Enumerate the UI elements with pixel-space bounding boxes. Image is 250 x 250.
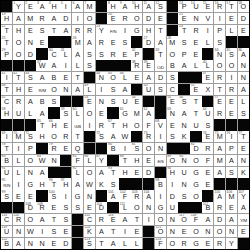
grid-cell[interactable]: A <box>178 60 189 71</box>
grid-cell[interactable]: D <box>143 13 154 24</box>
grid-cell[interactable]: O <box>143 143 154 154</box>
grid-cell[interactable]: A <box>36 167 47 178</box>
grid-cell[interactable]: E <box>167 119 178 130</box>
grid-cell[interactable]: 73R <box>143 131 154 142</box>
grid-cell[interactable]: 48T <box>1 84 12 95</box>
grid-cell[interactable]: 45O <box>107 72 118 83</box>
grid-cell[interactable]: 25T <box>1 36 12 47</box>
grid-cell[interactable]: 105A <box>214 190 225 201</box>
grid-cell[interactable]: 114R <box>13 214 24 225</box>
grid-cell[interactable]: 69I <box>1 131 12 142</box>
grid-cell[interactable]: A <box>36 107 47 118</box>
grid-cell[interactable]: R <box>214 238 225 249</box>
grid-cell[interactable]: R <box>214 72 225 83</box>
grid-cell[interactable]: 59S <box>60 107 71 118</box>
grid-cell[interactable]: S <box>84 48 95 59</box>
grid-cell[interactable]: D <box>238 13 249 24</box>
grid-cell[interactable]: P <box>25 143 36 154</box>
grid-cell[interactable]: E <box>60 119 71 130</box>
grid-cell[interactable]: R <box>72 25 83 36</box>
grid-cell[interactable]: A <box>226 155 237 166</box>
grid-cell[interactable]: N <box>238 60 249 71</box>
grid-cell[interactable]: R <box>96 214 107 225</box>
grid-cell[interactable]: F <box>202 155 213 166</box>
grid-cell[interactable]: 41I <box>1 72 12 83</box>
grid-cell[interactable]: 121O <box>155 226 166 237</box>
grid-cell[interactable]: 3A <box>36 1 47 12</box>
grid-cell[interactable]: O <box>84 107 95 118</box>
grid-cell[interactable]: H <box>119 119 130 130</box>
grid-cell[interactable]: K <box>238 167 249 178</box>
grid-cell[interactable]: N <box>167 214 178 225</box>
grid-cell[interactable]: 18O <box>238 1 249 12</box>
grid-cell[interactable]: 56S <box>178 96 189 107</box>
grid-cell[interactable]: D <box>167 190 178 201</box>
grid-cell[interactable]: E <box>131 72 142 83</box>
grid-cell[interactable]: I <box>202 25 213 36</box>
grid-cell[interactable]: D <box>143 167 154 178</box>
grid-cell[interactable]: 40L <box>202 60 213 71</box>
grid-cell[interactable]: G <box>25 178 36 189</box>
grid-cell[interactable]: W <box>119 131 130 142</box>
grid-cell[interactable]: T <box>48 25 59 36</box>
grid-cell[interactable]: 117O <box>178 214 189 225</box>
grid-cell[interactable]: S <box>202 119 213 130</box>
grid-cell[interactable]: 112B <box>202 202 213 213</box>
grid-cell[interactable]: U <box>178 167 189 178</box>
grid-cell[interactable]: K <box>96 178 107 189</box>
grid-cell[interactable]: 37W <box>36 60 47 71</box>
grid-cell[interactable]: G/B <box>72 119 83 130</box>
grid-cell[interactable]: W <box>84 178 95 189</box>
grid-cell[interactable]: 44N <box>96 72 107 83</box>
grid-cell[interactable]: A <box>238 202 249 213</box>
grid-cell[interactable]: L <box>226 25 237 36</box>
grid-cell[interactable]: A <box>214 167 225 178</box>
grid-cell[interactable]: U <box>167 202 178 213</box>
grid-cell[interactable]: R <box>214 107 225 118</box>
grid-cell[interactable]: E <box>238 143 249 154</box>
grid-cell[interactable]: S <box>178 36 189 47</box>
grid-cell[interactable]: T <box>72 131 83 142</box>
grid-cell[interactable]: S <box>60 214 71 225</box>
grid-cell[interactable]: N <box>143 202 154 213</box>
grid-cell[interactable]: R <box>84 25 95 36</box>
grid-cell[interactable]: 22T <box>1 25 12 36</box>
grid-cell[interactable]: H <box>119 167 130 178</box>
grid-cell[interactable]: A <box>143 72 154 83</box>
grid-cell[interactable]: N <box>238 155 249 166</box>
grid-cell[interactable]: 71S <box>25 131 36 142</box>
grid-cell[interactable]: 124F <box>155 238 166 249</box>
grid-cell[interactable]: N <box>25 36 36 47</box>
grid-cell[interactable]: I <box>36 226 47 237</box>
grid-cell[interactable]: 64U <box>202 107 213 118</box>
grid-cell[interactable]: R <box>190 25 201 36</box>
grid-cell[interactable]: O <box>167 48 178 59</box>
grid-cell[interactable]: S <box>36 25 47 36</box>
grid-cell[interactable]: 2E <box>25 1 36 12</box>
grid-cell[interactable]: I <box>72 13 83 24</box>
grid-cell[interactable]: 12S <box>155 1 166 12</box>
grid-cell[interactable]: N <box>178 178 189 189</box>
grid-cell[interactable]: R <box>13 96 24 107</box>
grid-cell[interactable]: N <box>202 226 213 237</box>
grid-cell[interactable]: 20E <box>107 13 118 24</box>
grid-cell[interactable]: 98B <box>155 178 166 189</box>
grid-cell[interactable]: 27D <box>143 36 154 47</box>
grid-cell[interactable]: E <box>36 36 47 47</box>
grid-cell[interactable]: I <box>226 72 237 83</box>
grid-cell[interactable]: 92L <box>72 167 83 178</box>
grid-cell[interactable]: L <box>25 107 36 118</box>
grid-cell[interactable]: O <box>190 155 201 166</box>
grid-cell[interactable]: A <box>72 178 83 189</box>
grid-cell[interactable]: N <box>167 226 178 237</box>
grid-cell[interactable]: E/S <box>155 155 166 166</box>
grid-cell[interactable]: E <box>96 107 107 118</box>
grid-cell[interactable]: L <box>238 96 249 107</box>
grid-cell[interactable]: N <box>60 84 71 95</box>
grid-cell[interactable]: E <box>155 13 166 24</box>
grid-cell[interactable]: X <box>202 84 213 95</box>
grid-cell[interactable]: 4H <box>48 1 59 12</box>
grid-cell[interactable]: S <box>167 72 178 83</box>
grid-cell[interactable]: I <box>13 143 24 154</box>
grid-cell[interactable]: 26M <box>72 36 83 47</box>
grid-cell[interactable]: R <box>60 131 71 142</box>
grid-cell[interactable]: I <box>167 178 178 189</box>
grid-cell[interactable]: A <box>119 214 130 225</box>
grid-cell[interactable]: O <box>48 84 59 95</box>
grid-cell[interactable]: E <box>202 167 213 178</box>
grid-cell[interactable]: 113C <box>1 214 12 225</box>
grid-cell[interactable]: D <box>25 48 36 59</box>
grid-cell[interactable]: E <box>48 202 59 213</box>
grid-cell[interactable]: 62A <box>143 107 154 118</box>
grid-cell[interactable]: 96T <box>48 178 59 189</box>
grid-cell[interactable]: S <box>48 226 59 237</box>
grid-cell[interactable]: A <box>48 60 59 71</box>
grid-cell[interactable]: 35S <box>226 48 237 59</box>
grid-cell[interactable]: 122B <box>1 238 12 249</box>
grid-cell[interactable]: 107Y <box>238 190 249 201</box>
grid-cell[interactable]: 7M <box>84 1 95 12</box>
grid-cell[interactable]: Y <box>226 238 237 249</box>
grid-cell[interactable]: 60L <box>72 107 83 118</box>
grid-cell[interactable]: F <box>143 119 154 130</box>
grid-cell[interactable]: V <box>202 13 213 24</box>
grid-cell[interactable]: N <box>13 226 24 237</box>
grid-cell[interactable]: 87Y <box>96 155 107 166</box>
grid-cell[interactable]: O/D <box>155 60 166 71</box>
grid-cell[interactable]: 55E <box>167 96 178 107</box>
grid-cell[interactable]: R <box>96 36 107 47</box>
grid-cell[interactable]: N <box>25 167 36 178</box>
grid-cell[interactable]: S <box>178 190 189 201</box>
grid-cell[interactable]: E <box>190 36 201 47</box>
grid-cell[interactable]: O <box>190 226 201 237</box>
grid-cell[interactable]: A <box>202 214 213 225</box>
grid-cell[interactable]: M <box>214 155 225 166</box>
grid-cell[interactable]: 77T <box>238 131 249 142</box>
grid-cell[interactable]: D <box>60 13 71 24</box>
grid-cell[interactable]: 43S <box>25 72 36 83</box>
grid-cell[interactable]: I <box>13 178 24 189</box>
grid-cell[interactable]: M <box>25 13 36 24</box>
grid-cell[interactable]: E <box>84 202 95 213</box>
grid-cell[interactable]: R <box>96 119 107 130</box>
grid-cell[interactable]: E <box>202 238 213 249</box>
grid-cell[interactable]: A <box>107 131 118 142</box>
grid-cell[interactable]: 24T <box>178 25 189 36</box>
grid-cell[interactable]: I <box>119 143 130 154</box>
grid-cell[interactable]: S <box>214 36 225 47</box>
grid-cell[interactable]: R <box>36 13 47 24</box>
grid-cell[interactable]: 88T <box>119 155 130 166</box>
grid-cell[interactable]: A <box>48 13 59 24</box>
grid-cell[interactable]: 16R <box>214 1 225 12</box>
grid-cell[interactable]: A <box>238 84 249 95</box>
grid-cell[interactable]: 34N <box>214 48 225 59</box>
grid-cell[interactable]: S <box>107 96 118 107</box>
grid-cell[interactable]: T <box>72 72 83 83</box>
grid-cell[interactable]: E <box>202 178 213 189</box>
grid-cell[interactable]: 70M <box>13 131 24 142</box>
grid-cell[interactable]: 110D <box>96 202 107 213</box>
grid-cell[interactable]: 116E <box>107 214 118 225</box>
grid-cell[interactable]: 111L <box>119 202 130 213</box>
grid-cell[interactable]: 99S <box>1 190 12 201</box>
grid-cell[interactable]: 93T <box>107 167 118 178</box>
grid-cell[interactable]: 91U <box>1 167 12 178</box>
grid-cell[interactable]: 123S <box>84 238 95 249</box>
grid-cell[interactable]: I <box>214 13 225 24</box>
grid-cell[interactable]: I <box>155 131 166 142</box>
grid-cell[interactable]: L <box>202 36 213 47</box>
grid-cell[interactable]: K <box>178 131 189 142</box>
grid-cell[interactable]: 67T <box>107 119 118 130</box>
grid-cell[interactable]: 52C <box>1 96 12 107</box>
grid-cell[interactable]: 42T <box>13 72 24 83</box>
grid-cell[interactable]: N <box>48 155 59 166</box>
grid-cell[interactable]: 38R <box>131 60 142 71</box>
grid-cell[interactable]: N <box>25 238 36 249</box>
grid-cell[interactable]: 54E <box>131 96 142 107</box>
grid-cell[interactable]: A <box>25 96 36 107</box>
grid-cell[interactable]: O <box>84 167 95 178</box>
grid-cell[interactable]: B <box>48 72 59 83</box>
grid-cell[interactable]: L <box>131 238 142 249</box>
grid-cell[interactable]: 29P <box>1 48 12 59</box>
grid-cell[interactable]: 118F <box>190 214 201 225</box>
grid-cell[interactable]: A <box>13 13 24 24</box>
grid-cell[interactable]: O <box>155 214 166 225</box>
grid-cell[interactable]: R <box>202 143 213 154</box>
grid-cell[interactable]: S <box>48 96 59 107</box>
grid-cell[interactable]: L <box>13 155 24 166</box>
grid-cell[interactable]: 6A <box>72 1 83 12</box>
grid-cell[interactable]: 94H <box>167 167 178 178</box>
grid-cell[interactable]: S <box>96 48 107 59</box>
grid-cell[interactable]: T <box>96 238 107 249</box>
grid-cell[interactable]: R <box>214 202 225 213</box>
grid-cell[interactable]: H <box>143 25 154 36</box>
grid-cell[interactable]: 115C <box>84 214 95 225</box>
grid-cell[interactable]: B <box>36 96 47 107</box>
grid-cell[interactable]: S <box>226 167 237 178</box>
grid-cell[interactable]: A <box>96 226 107 237</box>
grid-cell[interactable]: O <box>48 131 59 142</box>
grid-cell[interactable]: 106M <box>226 190 237 201</box>
grid-cell[interactable]: Q <box>72 143 83 154</box>
grid-cell[interactable]: S <box>60 202 71 213</box>
grid-cell[interactable]: O <box>167 238 178 249</box>
grid-cell[interactable]: 109R <box>36 202 47 213</box>
grid-cell[interactable]: S <box>107 178 118 189</box>
grid-cell[interactable]: E <box>60 226 71 237</box>
grid-cell[interactable]: A <box>72 48 83 59</box>
grid-cell[interactable]: 80B <box>107 143 118 154</box>
grid-cell[interactable]: 36A <box>238 48 249 59</box>
grid-cell[interactable]: 97H <box>60 178 71 189</box>
grid-cell[interactable]: M <box>131 107 142 118</box>
grid-cell[interactable]: 53E <box>84 96 95 107</box>
grid-cell[interactable]: N <box>155 143 166 154</box>
grid-cell[interactable]: S <box>84 60 95 71</box>
grid-cell[interactable]: N <box>190 13 201 24</box>
grid-cell[interactable]: O <box>226 60 237 71</box>
grid-cell[interactable]: E <box>48 238 59 249</box>
grid-cell[interactable]: 5I <box>60 1 71 12</box>
grid-cell[interactable]: E <box>226 96 237 107</box>
grid-cell[interactable]: E <box>13 190 24 201</box>
grid-cell[interactable]: G <box>155 202 166 213</box>
grid-cell[interactable]: E <box>238 226 249 237</box>
grid-cell[interactable]: U <box>119 96 130 107</box>
grid-cell[interactable]: S <box>119 36 130 47</box>
grid-cell[interactable]: A <box>119 84 130 95</box>
grid-cell[interactable]: N <box>226 226 237 237</box>
grid-cell[interactable]: 30C <box>48 48 59 59</box>
grid-cell[interactable]: N <box>84 190 95 201</box>
grid-cell[interactable]: A <box>60 25 71 36</box>
grid-cell[interactable]: 33T <box>155 48 166 59</box>
grid-cell[interactable]: 85F <box>72 155 83 166</box>
grid-cell[interactable]: E <box>226 107 237 118</box>
grid-cell[interactable]: 28M <box>167 36 178 47</box>
grid-cell[interactable]: A <box>96 167 107 178</box>
grid-cell[interactable]: I <box>155 190 166 201</box>
grid-cell[interactable]: H <box>36 131 47 142</box>
grid-cell[interactable]: H <box>13 84 24 95</box>
grid-cell[interactable]: O <box>214 226 225 237</box>
grid-cell[interactable]: R <box>107 48 118 59</box>
grid-cell[interactable]: U <box>13 107 24 118</box>
grid-cell[interactable]: E <box>226 13 237 24</box>
grid-cell[interactable]: S <box>72 202 83 213</box>
grid-cell[interactable]: S <box>238 107 249 118</box>
grid-cell[interactable]: 101A <box>107 190 118 201</box>
grid-cell[interactable]: A <box>107 238 118 249</box>
grid-cell[interactable]: U <box>190 119 201 130</box>
grid-cell[interactable]: 119U <box>1 226 12 237</box>
grid-cell[interactable]: O <box>131 13 142 24</box>
grid-cell[interactable]: E <box>178 226 189 237</box>
grid-cell[interactable]: G <box>190 178 201 189</box>
grid-cell[interactable]: 82D <box>190 143 201 154</box>
grid-cell[interactable]: 90N <box>178 155 189 166</box>
grid-cell[interactable]: O <box>131 119 142 130</box>
grid-cell[interactable]: I <box>119 25 130 36</box>
grid-cell[interactable]: P <box>214 25 225 36</box>
grid-cell[interactable]: R <box>119 13 130 24</box>
grid-cell[interactable]: 108D <box>25 202 36 213</box>
grid-cell[interactable]: 57E <box>214 96 225 107</box>
grid-cell[interactable]: 102F <box>119 190 130 201</box>
grid-cell[interactable]: 86L <box>84 155 95 166</box>
grid-cell[interactable]: A <box>214 143 225 154</box>
grid-cell[interactable]: G <box>72 190 83 201</box>
grid-cell[interactable]: T <box>190 107 201 118</box>
grid-cell[interactable]: N <box>178 119 189 130</box>
grid-cell[interactable]: T <box>107 226 118 237</box>
grid-cell[interactable]: A <box>13 238 24 249</box>
grid-cell[interactable]: T <box>48 214 59 225</box>
grid-cell[interactable]: A <box>178 107 189 118</box>
grid-cell[interactable]: G <box>190 238 201 249</box>
grid-cell[interactable]: 78T <box>1 143 12 154</box>
grid-cell[interactable]: Y/M <box>238 214 249 225</box>
grid-cell[interactable]: I <box>60 190 71 201</box>
grid-cell[interactable]: 49L <box>84 84 95 95</box>
grid-cell[interactable]: 8H <box>107 1 118 12</box>
grid-cell[interactable]: 100S <box>48 190 59 201</box>
grid-cell[interactable]: O <box>25 214 36 225</box>
grid-cell[interactable]: P <box>226 143 237 154</box>
grid-cell[interactable]: 51E <box>190 84 201 95</box>
grid-cell[interactable]: H <box>13 25 24 36</box>
grid-cell[interactable]: 50U <box>143 84 154 95</box>
grid-cell[interactable]: T <box>190 96 201 107</box>
grid-cell[interactable]: A <box>36 72 47 83</box>
grid-cell[interactable]: 1Y <box>13 1 24 12</box>
grid-cell[interactable]: H <box>36 178 47 189</box>
grid-cell[interactable]: L <box>72 60 83 71</box>
grid-cell[interactable]: E <box>190 48 201 59</box>
grid-cell[interactable]: E <box>60 143 71 154</box>
grid-cell[interactable]: D <box>60 238 71 249</box>
grid-cell[interactable]: E <box>25 25 36 36</box>
grid-cell[interactable]: 9A <box>119 1 130 12</box>
grid-cell[interactable]: T <box>155 25 166 36</box>
grid-cell[interactable]: 23Y <box>96 25 107 36</box>
grid-cell[interactable]: R <box>226 84 237 95</box>
grid-cell[interactable]: 39E <box>143 60 154 71</box>
grid-cell[interactable]: O <box>13 36 24 47</box>
grid-cell[interactable]: G <box>131 25 142 36</box>
grid-cell[interactable]: N <box>238 72 249 83</box>
grid-cell[interactable]: N <box>96 96 107 107</box>
grid-cell[interactable]: 11A <box>143 1 154 12</box>
grid-cell[interactable]: O <box>131 202 142 213</box>
grid-cell[interactable]: 10H <box>131 1 142 12</box>
grid-cell[interactable]: T <box>214 84 225 95</box>
grid-cell[interactable]: 17T <box>226 1 237 12</box>
grid-cell[interactable]: I <box>60 60 71 71</box>
grid-cell[interactable]: E <box>238 25 249 36</box>
grid-cell[interactable]: 65T <box>36 119 47 130</box>
